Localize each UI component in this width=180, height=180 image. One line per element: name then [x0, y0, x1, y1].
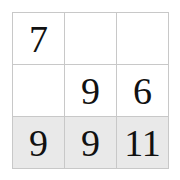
cell-r1c3[interactable]	[117, 13, 168, 64]
puzzle-page: 7 9 6 9 9 11	[0, 0, 180, 180]
cell-r1c2[interactable]	[65, 13, 116, 64]
cell-r3c1[interactable]: 9	[13, 117, 64, 168]
cell-r3c2[interactable]: 9	[65, 117, 116, 168]
cell-r2c2[interactable]: 9	[65, 65, 116, 116]
cell-r1c1[interactable]: 7	[13, 13, 64, 64]
puzzle-board: 7 9 6 9 9 11	[12, 12, 169, 169]
cell-r2c1[interactable]	[13, 65, 64, 116]
cell-r2c3[interactable]: 6	[117, 65, 168, 116]
cell-r3c3[interactable]: 11	[117, 117, 168, 168]
